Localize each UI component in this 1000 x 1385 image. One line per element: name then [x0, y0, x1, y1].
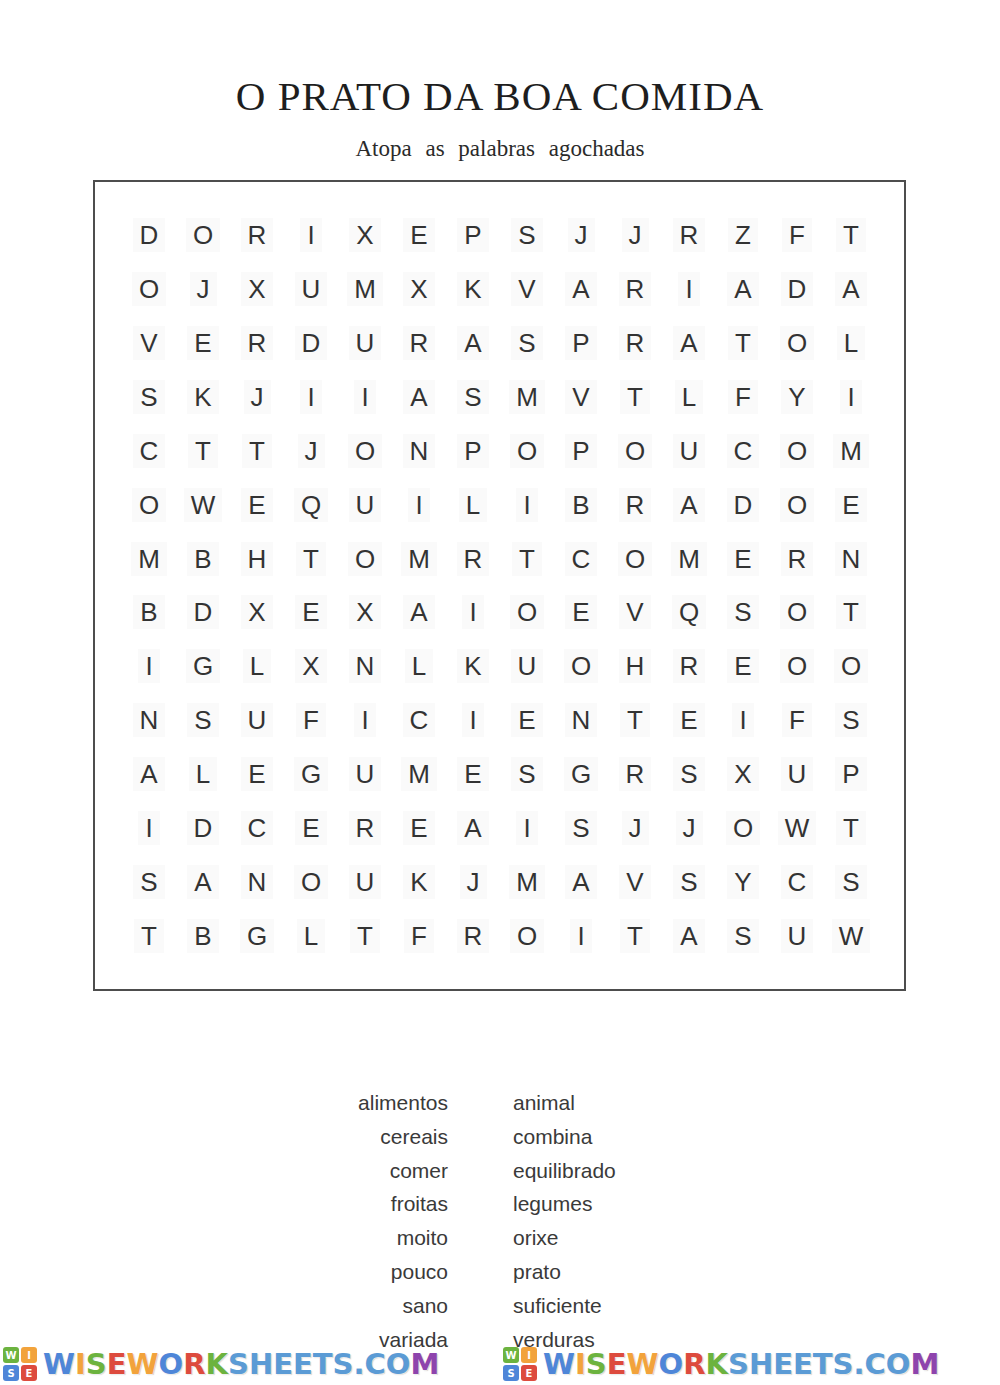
- grid-cell-r3c13[interactable]: O: [770, 316, 824, 370]
- grid-letter: O: [834, 649, 868, 683]
- grid-letter: S: [511, 757, 542, 791]
- grid-cell-r14c3[interactable]: G: [230, 909, 284, 963]
- grid-letter: R: [619, 272, 652, 306]
- grid-cell-r12c9[interactable]: S: [554, 801, 608, 855]
- grid-letter: Z: [728, 218, 758, 252]
- grid-cell-r13c10[interactable]: V: [608, 855, 662, 909]
- grid-letter: G: [240, 919, 274, 953]
- grid-cell-r12c13[interactable]: W: [770, 801, 824, 855]
- grid-letter: Q: [672, 595, 706, 629]
- grid-cell-r8c8[interactable]: O: [500, 585, 554, 639]
- grid-letter: T: [620, 380, 650, 414]
- grid-cell-r12c12[interactable]: O: [716, 801, 770, 855]
- logo-letter: R: [683, 1350, 705, 1379]
- grid-cell-r14c11[interactable]: A: [662, 909, 716, 963]
- logo-letter: H: [749, 1350, 773, 1379]
- grid-cell-r11c12[interactable]: X: [716, 747, 770, 801]
- grid-cell-r3c12[interactable]: T: [716, 316, 770, 370]
- grid-cell-r11c11[interactable]: S: [662, 747, 716, 801]
- logo-letter: W: [543, 1350, 575, 1379]
- grid-letter: L: [189, 757, 217, 791]
- grid-cell-r9c1[interactable]: I: [122, 639, 176, 693]
- grid-cell-r6c11[interactable]: A: [662, 478, 716, 532]
- grid-cell-r7c12[interactable]: E: [716, 532, 770, 586]
- grid-cell-r3c10[interactable]: R: [608, 316, 662, 370]
- grid-cell-r7c1[interactable]: M: [122, 532, 176, 586]
- grid-cell-r5c8[interactable]: O: [500, 424, 554, 478]
- grid-cell-r12c5[interactable]: R: [338, 801, 392, 855]
- grid-letter: F: [296, 703, 326, 737]
- grid-letter: C: [565, 542, 598, 576]
- grid-letter: S: [727, 595, 758, 629]
- grid-cell-r2c4[interactable]: U: [284, 262, 338, 316]
- grid-cell-r4c12[interactable]: F: [716, 370, 770, 424]
- grid-cell-r6c7[interactable]: L: [446, 478, 500, 532]
- grid-cell-r7c7[interactable]: R: [446, 532, 500, 586]
- grid-cell-r13c5[interactable]: U: [338, 855, 392, 909]
- grid-cell-r11c4[interactable]: G: [284, 747, 338, 801]
- grid-cell-r5c12[interactable]: C: [716, 424, 770, 478]
- grid-cell-r13c3[interactable]: N: [230, 855, 284, 909]
- grid-cell-r3c4[interactable]: D: [284, 316, 338, 370]
- grid-letter: M: [509, 865, 545, 899]
- grid-letter: O: [726, 811, 760, 845]
- grid-cell-r6c10[interactable]: R: [608, 478, 662, 532]
- grid-letter: L: [459, 488, 487, 522]
- grid-cell-r2c10[interactable]: R: [608, 262, 662, 316]
- grid-cell-r10c6[interactable]: C: [392, 693, 446, 747]
- grid-cell-r12c4[interactable]: E: [284, 801, 338, 855]
- grid-cell-r5c1[interactable]: C: [122, 424, 176, 478]
- grid-letter: I: [138, 649, 159, 683]
- grid-letter: E: [457, 757, 488, 791]
- grid-cell-r14c8[interactable]: O: [500, 909, 554, 963]
- grid-cell-r1c13[interactable]: F: [770, 208, 824, 262]
- grid-cell-r10c13[interactable]: F: [770, 693, 824, 747]
- grid-cell-r1c12[interactable]: Z: [716, 208, 770, 262]
- grid-cell-r1c10[interactable]: J: [608, 208, 662, 262]
- grid-letter: H: [241, 542, 274, 576]
- logo-letter: S: [833, 1350, 854, 1379]
- grid-cell-r12c10[interactable]: J: [608, 801, 662, 855]
- logo-letter: W: [127, 1350, 159, 1379]
- grid-letter: R: [241, 218, 274, 252]
- grid-cell-r13c7[interactable]: J: [446, 855, 500, 909]
- grid-cell-r13c8[interactable]: M: [500, 855, 554, 909]
- grid-cell-r3c6[interactable]: R: [392, 316, 446, 370]
- grid-letter: M: [509, 380, 545, 414]
- grid-cell-r1c14[interactable]: T: [824, 208, 878, 262]
- grid-letter: J: [676, 811, 703, 845]
- grid-letter: O: [348, 434, 382, 468]
- logo-letter: S: [586, 1350, 607, 1379]
- grid-cell-r9c14[interactable]: O: [824, 639, 878, 693]
- grid-cell-r12c8[interactable]: I: [500, 801, 554, 855]
- grid-letter: I: [300, 218, 321, 252]
- grid-cell-r12c7[interactable]: A: [446, 801, 500, 855]
- grid-cell-r2c3[interactable]: X: [230, 262, 284, 316]
- wise-tile-i: I: [21, 1347, 37, 1363]
- grid-letter: E: [241, 488, 272, 522]
- grid-letter: O: [294, 865, 328, 899]
- grid-cell-r8c12[interactable]: S: [716, 585, 770, 639]
- logo-letter: K: [706, 1350, 728, 1379]
- grid-cell-r2c13[interactable]: D: [770, 262, 824, 316]
- logo-letter: C: [365, 1350, 386, 1379]
- grid-cell-r9c9[interactable]: O: [554, 639, 608, 693]
- grid-cell-r6c5[interactable]: U: [338, 478, 392, 532]
- grid-cell-r11c9[interactable]: G: [554, 747, 608, 801]
- grid-cell-r2c8[interactable]: V: [500, 262, 554, 316]
- grid-cell-r14c1[interactable]: T: [122, 909, 176, 963]
- grid-cell-r7c10[interactable]: O: [608, 532, 662, 586]
- grid-cell-r8c10[interactable]: V: [608, 585, 662, 639]
- grid-cell-r11c6[interactable]: M: [392, 747, 446, 801]
- grid-cell-r8c4[interactable]: E: [284, 585, 338, 639]
- grid-cell-r1c5[interactable]: X: [338, 208, 392, 262]
- grid-cell-r9c5[interactable]: N: [338, 639, 392, 693]
- grid-cell-r6c1[interactable]: O: [122, 478, 176, 532]
- grid-letter: E: [673, 703, 704, 737]
- grid-cell-r6c8[interactable]: I: [500, 478, 554, 532]
- grid-cell-r7c13[interactable]: R: [770, 532, 824, 586]
- grid-cell-r14c10[interactable]: T: [608, 909, 662, 963]
- wise-tile-e: E: [21, 1365, 37, 1381]
- grid-cell-r8c5[interactable]: X: [338, 585, 392, 639]
- grid-cell-r13c13[interactable]: C: [770, 855, 824, 909]
- grid-letter: E: [403, 218, 434, 252]
- grid-cell-r2c2[interactable]: J: [176, 262, 230, 316]
- grid-letter: M: [671, 542, 707, 576]
- grid-letter: O: [510, 434, 544, 468]
- grid-cell-r9c10[interactable]: H: [608, 639, 662, 693]
- grid-letter: E: [565, 595, 596, 629]
- logo-letter: M: [910, 1350, 939, 1379]
- wise-tile-w: W: [3, 1347, 19, 1363]
- grid-letter: X: [241, 272, 272, 306]
- grid-cell-r6c9[interactable]: B: [554, 478, 608, 532]
- grid-cell-r2c6[interactable]: X: [392, 262, 446, 316]
- grid-cell-r7c9[interactable]: C: [554, 532, 608, 586]
- grid-cell-r5c10[interactable]: O: [608, 424, 662, 478]
- grid-cell-r12c6[interactable]: E: [392, 801, 446, 855]
- grid-letter: U: [349, 865, 382, 899]
- grid-cell-r3c14[interactable]: L: [824, 316, 878, 370]
- grid-cell-r8c11[interactable]: Q: [662, 585, 716, 639]
- grid-cell-r11c13[interactable]: U: [770, 747, 824, 801]
- grid-cell-r10c10[interactable]: T: [608, 693, 662, 747]
- grid-cell-r2c1[interactable]: O: [122, 262, 176, 316]
- grid-cell-r5c13[interactable]: O: [770, 424, 824, 478]
- grid-cell-r14c14[interactable]: W: [824, 909, 878, 963]
- grid-cell-r12c14[interactable]: T: [824, 801, 878, 855]
- grid-letter: A: [727, 272, 758, 306]
- grid-cell-r5c7[interactable]: P: [446, 424, 500, 478]
- grid-letter: T: [350, 919, 380, 953]
- grid-cell-r14c9[interactable]: I: [554, 909, 608, 963]
- grid-cell-r13c4[interactable]: O: [284, 855, 338, 909]
- grid-letter: N: [835, 542, 868, 576]
- grid-cell-r4c3[interactable]: J: [230, 370, 284, 424]
- grid-cell-r1c8[interactable]: S: [500, 208, 554, 262]
- grid-cell-r11c2[interactable]: L: [176, 747, 230, 801]
- grid-letter: S: [133, 380, 164, 414]
- grid-cell-r7c11[interactable]: M: [662, 532, 716, 586]
- grid-cell-r1c6[interactable]: E: [392, 208, 446, 262]
- grid-cell-r4c13[interactable]: Y: [770, 370, 824, 424]
- grid-cell-r6c12[interactable]: D: [716, 478, 770, 532]
- grid-cell-r2c9[interactable]: A: [554, 262, 608, 316]
- grid-cell-r10c7[interactable]: I: [446, 693, 500, 747]
- grid-cell-r14c12[interactable]: S: [716, 909, 770, 963]
- grid-cell-r10c3[interactable]: U: [230, 693, 284, 747]
- grid-cell-r12c2[interactable]: D: [176, 801, 230, 855]
- grid-letter: U: [781, 757, 814, 791]
- grid-cell-r1c4[interactable]: I: [284, 208, 338, 262]
- grid-cell-r1c1[interactable]: D: [122, 208, 176, 262]
- grid-cell-r6c4[interactable]: Q: [284, 478, 338, 532]
- grid-letter: R: [457, 542, 490, 576]
- grid-letter: O: [780, 488, 814, 522]
- grid-cell-r4c9[interactable]: V: [554, 370, 608, 424]
- word-search-grid: DORIXEPSJJRZFTOJXUMXKVARIADAVERDURASPRAT…: [122, 208, 878, 963]
- logo-letter: E: [793, 1350, 813, 1379]
- grid-cell-r8c3[interactable]: X: [230, 585, 284, 639]
- grid-cell-r6c2[interactable]: W: [176, 478, 230, 532]
- grid-letter: E: [835, 488, 866, 522]
- grid-letter: E: [241, 757, 272, 791]
- grid-letter: L: [297, 919, 325, 953]
- logo-letter: R: [183, 1350, 205, 1379]
- grid-cell-r14c5[interactable]: T: [338, 909, 392, 963]
- grid-cell-r4c5[interactable]: I: [338, 370, 392, 424]
- grid-cell-r9c8[interactable]: U: [500, 639, 554, 693]
- grid-cell-r14c6[interactable]: F: [392, 909, 446, 963]
- grid-cell-r8c13[interactable]: O: [770, 585, 824, 639]
- word-search-board: DORIXEPSJJRZFTOJXUMXKVARIADAVERDURASPRAT…: [93, 180, 906, 991]
- grid-cell-r11c7[interactable]: E: [446, 747, 500, 801]
- grid-letter: T: [728, 326, 758, 360]
- grid-cell-r11c1[interactable]: A: [122, 747, 176, 801]
- grid-cell-r14c13[interactable]: U: [770, 909, 824, 963]
- grid-cell-r9c3[interactable]: L: [230, 639, 284, 693]
- grid-cell-r8c1[interactable]: B: [122, 585, 176, 639]
- logo-letter: S: [228, 1350, 249, 1379]
- grid-cell-r12c11[interactable]: J: [662, 801, 716, 855]
- grid-letter: O: [510, 595, 544, 629]
- grid-cell-r6c13[interactable]: O: [770, 478, 824, 532]
- grid-cell-r7c14[interactable]: N: [824, 532, 878, 586]
- logo-letter: S: [333, 1350, 354, 1379]
- grid-letter: I: [462, 595, 483, 629]
- grid-cell-r4c6[interactable]: A: [392, 370, 446, 424]
- grid-cell-r11c10[interactable]: R: [608, 747, 662, 801]
- logo-letter: E: [293, 1350, 313, 1379]
- grid-letter: U: [511, 649, 544, 683]
- grid-letter: V: [619, 595, 650, 629]
- word-item: combina: [513, 1120, 773, 1154]
- grid-cell-r10c2[interactable]: S: [176, 693, 230, 747]
- grid-letter: L: [675, 380, 703, 414]
- grid-letter: O: [780, 649, 814, 683]
- grid-cell-r1c2[interactable]: O: [176, 208, 230, 262]
- grid-cell-r5c4[interactable]: J: [284, 424, 338, 478]
- grid-cell-r4c10[interactable]: T: [608, 370, 662, 424]
- grid-cell-r5c9[interactable]: P: [554, 424, 608, 478]
- grid-cell-r8c7[interactable]: I: [446, 585, 500, 639]
- grid-cell-r2c7[interactable]: K: [446, 262, 500, 316]
- grid-letter: T: [836, 218, 866, 252]
- grid-letter: A: [835, 272, 866, 306]
- grid-cell-r5c2[interactable]: T: [176, 424, 230, 478]
- grid-letter: B: [565, 488, 596, 522]
- grid-letter: A: [457, 811, 488, 845]
- grid-cell-r10c1[interactable]: N: [122, 693, 176, 747]
- grid-cell-r12c3[interactable]: C: [230, 801, 284, 855]
- grid-cell-r4c14[interactable]: I: [824, 370, 878, 424]
- logo-letter: O: [659, 1350, 684, 1379]
- grid-letter: W: [184, 488, 223, 522]
- logo-letter: .: [853, 1350, 864, 1379]
- wise-tile-w: W: [503, 1347, 519, 1363]
- grid-cell-r8c14[interactable]: T: [824, 585, 878, 639]
- grid-cell-r4c7[interactable]: S: [446, 370, 500, 424]
- grid-cell-r10c4[interactable]: F: [284, 693, 338, 747]
- grid-cell-r1c7[interactable]: P: [446, 208, 500, 262]
- grid-cell-r11c5[interactable]: U: [338, 747, 392, 801]
- grid-cell-r10c8[interactable]: E: [500, 693, 554, 747]
- grid-cell-r10c12[interactable]: I: [716, 693, 770, 747]
- grid-cell-r11c3[interactable]: E: [230, 747, 284, 801]
- grid-cell-r9c4[interactable]: X: [284, 639, 338, 693]
- grid-cell-r9c7[interactable]: K: [446, 639, 500, 693]
- grid-cell-r13c6[interactable]: K: [392, 855, 446, 909]
- grid-cell-r1c9[interactable]: J: [554, 208, 608, 262]
- grid-cell-r5c6[interactable]: N: [392, 424, 446, 478]
- grid-cell-r4c2[interactable]: K: [176, 370, 230, 424]
- grid-cell-r13c1[interactable]: S: [122, 855, 176, 909]
- grid-letter: A: [565, 272, 596, 306]
- grid-cell-r7c2[interactable]: B: [176, 532, 230, 586]
- grid-cell-r11c8[interactable]: S: [500, 747, 554, 801]
- grid-cell-r10c14[interactable]: S: [824, 693, 878, 747]
- grid-cell-r6c3[interactable]: E: [230, 478, 284, 532]
- grid-letter: K: [187, 380, 218, 414]
- grid-letter: E: [403, 811, 434, 845]
- grid-cell-r4c1[interactable]: S: [122, 370, 176, 424]
- grid-cell-r6c14[interactable]: E: [824, 478, 878, 532]
- grid-cell-r7c5[interactable]: O: [338, 532, 392, 586]
- grid-letter: R: [619, 757, 652, 791]
- grid-cell-r4c4[interactable]: I: [284, 370, 338, 424]
- grid-cell-r4c11[interactable]: L: [662, 370, 716, 424]
- grid-cell-r5c5[interactable]: O: [338, 424, 392, 478]
- grid-cell-r9c2[interactable]: G: [176, 639, 230, 693]
- grid-letter: G: [186, 649, 220, 683]
- grid-cell-r2c14[interactable]: A: [824, 262, 878, 316]
- grid-cell-r12c1[interactable]: I: [122, 801, 176, 855]
- logo-wordmark: WISEWORKSHEETS.COM: [543, 1350, 939, 1379]
- grid-letter: N: [403, 434, 436, 468]
- grid-cell-r13c11[interactable]: S: [662, 855, 716, 909]
- grid-cell-r10c5[interactable]: I: [338, 693, 392, 747]
- grid-cell-r8c9[interactable]: E: [554, 585, 608, 639]
- grid-cell-r3c8[interactable]: S: [500, 316, 554, 370]
- grid-cell-r9c12[interactable]: E: [716, 639, 770, 693]
- grid-letter: O: [564, 649, 598, 683]
- logo-letter: O: [386, 1350, 411, 1379]
- logo-letter: .: [353, 1350, 364, 1379]
- grid-letter: P: [457, 434, 488, 468]
- grid-cell-r10c11[interactable]: E: [662, 693, 716, 747]
- wise-tile-s: S: [3, 1365, 19, 1381]
- grid-letter: E: [727, 542, 758, 576]
- grid-cell-r2c11[interactable]: I: [662, 262, 716, 316]
- grid-cell-r6c6[interactable]: I: [392, 478, 446, 532]
- grid-letter: O: [348, 542, 382, 576]
- grid-letter: O: [132, 272, 166, 306]
- grid-letter: I: [408, 488, 429, 522]
- logo-letter: W: [43, 1350, 75, 1379]
- grid-cell-r8c2[interactable]: D: [176, 585, 230, 639]
- grid-cell-r14c2[interactable]: B: [176, 909, 230, 963]
- word-item: alimentos: [230, 1086, 448, 1120]
- grid-cell-r13c9[interactable]: A: [554, 855, 608, 909]
- grid-cell-r9c11[interactable]: R: [662, 639, 716, 693]
- grid-cell-r5c3[interactable]: T: [230, 424, 284, 478]
- grid-letter: S: [727, 919, 758, 953]
- grid-cell-r4c8[interactable]: M: [500, 370, 554, 424]
- grid-cell-r3c1[interactable]: V: [122, 316, 176, 370]
- logo-letter: W: [627, 1350, 659, 1379]
- grid-cell-r3c7[interactable]: A: [446, 316, 500, 370]
- grid-cell-r7c8[interactable]: T: [500, 532, 554, 586]
- grid-cell-r10c9[interactable]: N: [554, 693, 608, 747]
- grid-cell-r13c2[interactable]: A: [176, 855, 230, 909]
- logo-letter: I: [75, 1350, 86, 1379]
- grid-cell-r5c14[interactable]: M: [824, 424, 878, 478]
- grid-cell-r13c12[interactable]: Y: [716, 855, 770, 909]
- grid-letter: R: [349, 811, 382, 845]
- grid-cell-r13c14[interactable]: S: [824, 855, 878, 909]
- word-item: animal: [513, 1086, 773, 1120]
- grid-cell-r3c2[interactable]: E: [176, 316, 230, 370]
- grid-cell-r9c13[interactable]: O: [770, 639, 824, 693]
- grid-cell-r9c6[interactable]: L: [392, 639, 446, 693]
- grid-cell-r3c3[interactable]: R: [230, 316, 284, 370]
- word-item: comer: [230, 1154, 448, 1188]
- grid-cell-r5c11[interactable]: U: [662, 424, 716, 478]
- grid-letter: R: [619, 488, 652, 522]
- grid-cell-r3c11[interactable]: A: [662, 316, 716, 370]
- grid-cell-r2c5[interactable]: M: [338, 262, 392, 316]
- grid-cell-r1c3[interactable]: R: [230, 208, 284, 262]
- grid-cell-r7c6[interactable]: M: [392, 532, 446, 586]
- grid-cell-r14c4[interactable]: L: [284, 909, 338, 963]
- grid-letter: E: [511, 703, 542, 737]
- grid-cell-r7c4[interactable]: T: [284, 532, 338, 586]
- grid-cell-r1c11[interactable]: R: [662, 208, 716, 262]
- grid-cell-r3c9[interactable]: P: [554, 316, 608, 370]
- grid-cell-r11c14[interactable]: P: [824, 747, 878, 801]
- grid-cell-r8c6[interactable]: A: [392, 585, 446, 639]
- wise-tile-e: E: [521, 1365, 537, 1381]
- grid-cell-r7c3[interactable]: H: [230, 532, 284, 586]
- grid-cell-r3c5[interactable]: U: [338, 316, 392, 370]
- grid-cell-r14c7[interactable]: R: [446, 909, 500, 963]
- logo-wiseworksheets: WISE WISEWORKSHEETS.COM: [0, 1347, 500, 1381]
- grid-cell-r2c12[interactable]: A: [716, 262, 770, 316]
